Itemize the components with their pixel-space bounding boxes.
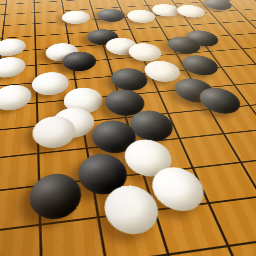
board-cell: [0, 224, 40, 256]
go-board[interactable]: [0, 0, 256, 256]
go-board-photo: [0, 0, 256, 256]
board-cell: [39, 217, 105, 256]
